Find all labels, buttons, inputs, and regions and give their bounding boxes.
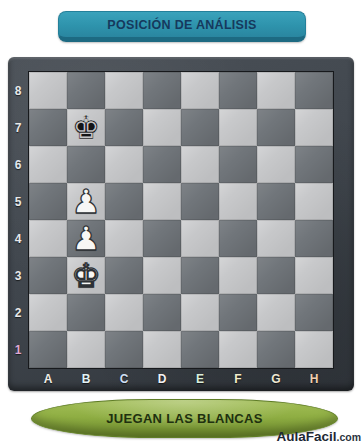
square-e4 [181,220,219,257]
square-b3: ♚ [67,257,105,294]
square-b8 [67,72,105,109]
square-a3 [29,257,67,294]
rank-label-4: 4 [8,220,28,257]
square-b4: ♟ [67,220,105,257]
square-c7 [105,109,143,146]
square-e8 [181,72,219,109]
watermark-suffix: .com [336,431,361,443]
square-a8 [29,72,67,109]
square-b6 [67,146,105,183]
square-h2 [295,294,333,331]
square-h7 [295,109,333,146]
square-h5 [295,183,333,220]
watermark: AulaFacil.com [276,427,361,445]
square-c1 [105,331,143,368]
square-d3 [143,257,181,294]
square-h8 [295,72,333,109]
chess-board-frame: 87654321 ♚♟♟♚ ABCDEFGH [8,57,354,391]
square-g5 [257,183,295,220]
rank-labels: 87654321 [8,72,28,368]
file-label-b: B [67,369,105,389]
white-king: ♚ [71,258,101,294]
square-d2 [143,294,181,331]
square-g7 [257,109,295,146]
square-f8 [219,72,257,109]
square-e3 [181,257,219,294]
rank-label-7: 7 [8,109,28,146]
file-label-e: E [181,369,219,389]
file-label-a: A [29,369,67,389]
square-f6 [219,146,257,183]
file-label-h: H [295,369,333,389]
square-f3 [219,257,257,294]
rank-label-8: 8 [8,72,28,109]
square-c4 [105,220,143,257]
square-c6 [105,146,143,183]
square-d4 [143,220,181,257]
square-f2 [219,294,257,331]
square-b2 [67,294,105,331]
square-c8 [105,72,143,109]
square-d8 [143,72,181,109]
chess-board: ♚♟♟♚ [28,71,334,369]
square-a7 [29,109,67,146]
square-d1 [143,331,181,368]
square-g4 [257,220,295,257]
file-label-f: F [219,369,257,389]
square-f1 [219,331,257,368]
rank-label-1: 1 [8,331,28,368]
file-label-c: C [105,369,143,389]
square-e2 [181,294,219,331]
square-g1 [257,331,295,368]
square-h4 [295,220,333,257]
square-c2 [105,294,143,331]
square-b1 [67,331,105,368]
square-h1 [295,331,333,368]
analysis-title-banner: POSICIÓN DE ANÁLISIS [58,11,306,42]
square-a4 [29,220,67,257]
square-a1 [29,331,67,368]
square-g2 [257,294,295,331]
square-h3 [295,257,333,294]
square-a5 [29,183,67,220]
analysis-title-label: POSICIÓN DE ANÁLISIS [107,18,256,32]
square-e6 [181,146,219,183]
square-b5: ♟ [67,183,105,220]
square-g6 [257,146,295,183]
rank-label-6: 6 [8,146,28,183]
square-d6 [143,146,181,183]
rank-label-2: 2 [8,294,28,331]
square-e1 [181,331,219,368]
black-king: ♚ [71,110,101,146]
square-f5 [219,183,257,220]
file-label-d: D [143,369,181,389]
square-f4 [219,220,257,257]
square-g3 [257,257,295,294]
square-a2 [29,294,67,331]
file-labels: ABCDEFGH [29,369,333,389]
white-pawn: ♟ [71,221,101,257]
rank-label-3: 3 [8,257,28,294]
white-pawn: ♟ [71,184,101,220]
square-f7 [219,109,257,146]
watermark-name: AulaFacil [276,429,336,444]
square-e5 [181,183,219,220]
square-h6 [295,146,333,183]
square-g8 [257,72,295,109]
square-a6 [29,146,67,183]
square-d5 [143,183,181,220]
turn-banner-label: JUEGAN LAS BLANCAS [106,411,262,426]
rank-label-5: 5 [8,183,28,220]
square-d7 [143,109,181,146]
square-c5 [105,183,143,220]
file-label-g: G [257,369,295,389]
square-e7 [181,109,219,146]
square-c3 [105,257,143,294]
square-b7: ♚ [67,109,105,146]
